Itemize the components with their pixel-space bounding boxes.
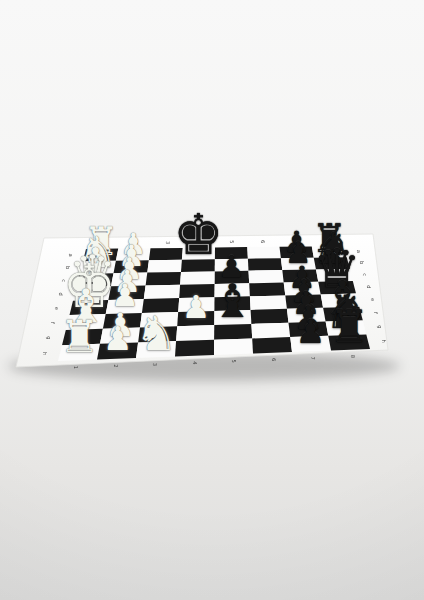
square-d5 bbox=[215, 283, 250, 297]
square-a2 bbox=[116, 248, 151, 260]
square-e4 bbox=[178, 297, 214, 312]
square-g1 bbox=[62, 329, 103, 346]
square-b7 bbox=[281, 258, 316, 270]
square-b8 bbox=[314, 257, 350, 269]
square-e3 bbox=[142, 298, 179, 313]
right-border-label-h: h bbox=[381, 339, 387, 342]
square-c6 bbox=[249, 270, 284, 283]
right-border-label-a: a bbox=[356, 250, 362, 253]
square-e5 bbox=[214, 296, 250, 311]
square-f7 bbox=[287, 308, 326, 323]
square-e7 bbox=[285, 295, 323, 309]
square-g3 bbox=[138, 326, 177, 342]
right-border-label-d: d bbox=[366, 285, 372, 288]
right-border-label-f: f bbox=[373, 312, 379, 314]
far-border-label-2: 2 bbox=[133, 241, 139, 244]
square-f3 bbox=[140, 312, 178, 328]
square-f2 bbox=[103, 313, 142, 329]
chess-set-photo-scene: 11aa22bb33cc44dd55ee66ff77gg88hh ♜♟♚♟♜♞♟… bbox=[0, 0, 424, 600]
square-a4 bbox=[182, 248, 215, 260]
square-d2 bbox=[108, 286, 145, 300]
square-g8 bbox=[326, 320, 367, 335]
square-h3 bbox=[136, 341, 176, 358]
square-d3 bbox=[144, 285, 180, 299]
near-border-label-2: 2 bbox=[113, 364, 119, 367]
square-d6 bbox=[249, 283, 285, 297]
square-d4 bbox=[179, 284, 215, 298]
square-c4 bbox=[180, 271, 215, 284]
far-border-label-8: 8 bbox=[324, 239, 330, 242]
far-border-label-1: 1 bbox=[101, 242, 107, 245]
square-h4 bbox=[175, 340, 214, 357]
square-a8 bbox=[312, 246, 347, 258]
square-a3 bbox=[149, 248, 183, 260]
far-border-label-3: 3 bbox=[165, 241, 171, 244]
square-f5 bbox=[214, 310, 251, 325]
left-border-label-d: d bbox=[58, 293, 64, 296]
square-b6 bbox=[248, 258, 282, 271]
near-border-label-6: 6 bbox=[271, 358, 277, 361]
square-e6 bbox=[250, 295, 287, 310]
left-border-label-g: g bbox=[45, 336, 52, 339]
square-f8 bbox=[323, 307, 363, 322]
left-border-label-h: h bbox=[42, 352, 48, 355]
far-border-label-7: 7 bbox=[292, 240, 298, 243]
square-d8 bbox=[318, 281, 356, 295]
square-h8 bbox=[328, 334, 370, 350]
near-border-label-8: 8 bbox=[350, 355, 356, 358]
square-e1 bbox=[70, 300, 109, 315]
square-h2 bbox=[97, 343, 138, 360]
square-a6 bbox=[247, 247, 281, 259]
square-c8 bbox=[316, 269, 353, 282]
right-border-label-e: e bbox=[370, 298, 376, 301]
square-g2 bbox=[100, 328, 140, 344]
near-border-label-5: 5 bbox=[231, 360, 237, 363]
square-f4 bbox=[177, 311, 214, 326]
square-a1 bbox=[83, 249, 118, 262]
square-b3 bbox=[147, 260, 182, 273]
left-border-label-f: f bbox=[50, 322, 56, 324]
near-border-label-7: 7 bbox=[310, 356, 316, 359]
square-c2 bbox=[111, 273, 147, 287]
right-border-label-c: c bbox=[362, 273, 368, 276]
square-e8 bbox=[321, 294, 360, 308]
square-h5 bbox=[214, 339, 253, 356]
square-c7 bbox=[282, 270, 318, 283]
square-h1 bbox=[58, 344, 100, 361]
far-border-label-5: 5 bbox=[229, 240, 235, 243]
square-g5 bbox=[214, 324, 252, 340]
square-h6 bbox=[252, 337, 292, 353]
square-d1 bbox=[73, 286, 111, 301]
left-border-label-c: c bbox=[61, 279, 67, 282]
square-b2 bbox=[114, 260, 149, 273]
left-border-label-e: e bbox=[54, 307, 60, 310]
near-border-label-3: 3 bbox=[152, 363, 158, 366]
square-h7 bbox=[290, 336, 331, 352]
square-c5 bbox=[215, 271, 250, 284]
square-f6 bbox=[251, 309, 289, 324]
square-b4 bbox=[181, 259, 215, 272]
square-g7 bbox=[289, 322, 329, 338]
chess-board-mat: 11aa22bb33cc44dd55ee66ff77gg88hh bbox=[0, 0, 424, 600]
square-g4 bbox=[176, 325, 214, 341]
square-f1 bbox=[66, 314, 106, 330]
square-e2 bbox=[106, 299, 144, 314]
square-d7 bbox=[284, 282, 321, 296]
square-g6 bbox=[251, 323, 290, 339]
square-c1 bbox=[77, 273, 114, 287]
square-b1 bbox=[80, 261, 116, 274]
square-a5 bbox=[215, 247, 248, 259]
left-border-label-a: a bbox=[68, 254, 74, 257]
far-border-label-6: 6 bbox=[260, 240, 266, 243]
square-a7 bbox=[280, 246, 314, 258]
square-c3 bbox=[146, 272, 181, 286]
right-border-label-g: g bbox=[376, 325, 383, 328]
square-b5 bbox=[215, 259, 249, 272]
near-border-label-1: 1 bbox=[73, 366, 79, 369]
